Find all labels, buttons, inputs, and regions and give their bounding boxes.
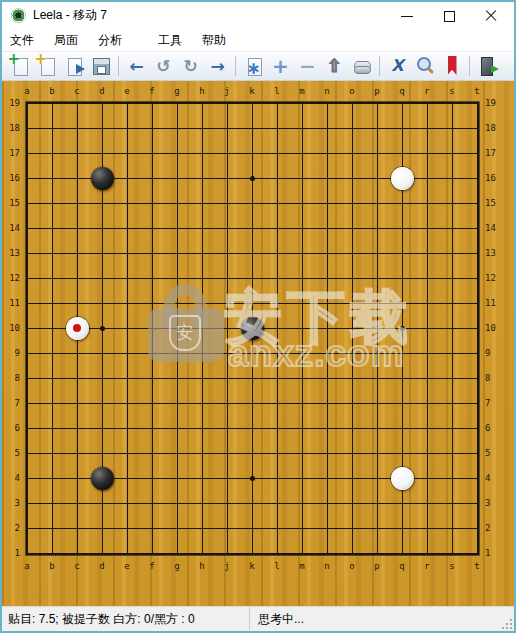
- go-board[interactable]: abcdefghjklmnopqrst abcdefghjklmnopqrst …: [2, 81, 514, 606]
- save-sgf-icon: [90, 55, 112, 77]
- black-stone-d16: [91, 167, 114, 190]
- bookmark-red-button[interactable]: [438, 54, 465, 78]
- analyze-magnifier-icon: [414, 55, 436, 77]
- toolbar-separator: [379, 56, 380, 76]
- score-disk-icon: [351, 55, 373, 77]
- engine-settings-button[interactable]: [240, 54, 267, 78]
- resign-x-icon: X: [387, 55, 409, 77]
- window-title: Leela - 移动 7: [33, 7, 400, 24]
- star-point-k4: [250, 476, 255, 481]
- menu-item-2[interactable]: 分析: [88, 30, 132, 51]
- exit-door-button[interactable]: [474, 54, 501, 78]
- step-forward-icon: →: [207, 55, 229, 77]
- new-doc-green-icon: [9, 55, 31, 77]
- score-disk-button[interactable]: [348, 54, 375, 78]
- status-bar: 贴目: 7.5; 被提子数 白方: 0/黑方 : 0 思考中...: [2, 606, 514, 631]
- open-sgf-button[interactable]: [60, 54, 87, 78]
- new-doc-yellow-button[interactable]: [33, 54, 60, 78]
- white-stone-q16: [391, 167, 414, 190]
- zoom-in-plus-button[interactable]: +: [267, 54, 294, 78]
- toolbar: ←↺↻→+−⇧X: [2, 51, 514, 81]
- pass-up-button[interactable]: ⇧: [321, 54, 348, 78]
- status-thinking: 思考中...: [250, 608, 304, 630]
- undo-button[interactable]: ↺: [150, 54, 177, 78]
- redo-button[interactable]: ↻: [177, 54, 204, 78]
- pass-up-icon: ⇧: [324, 55, 346, 77]
- save-sgf-button[interactable]: [87, 54, 114, 78]
- minimize-button[interactable]: [400, 9, 414, 23]
- analyze-magnifier-button[interactable]: [411, 54, 438, 78]
- status-komi-captures: 贴目: 7.5; 被提子数 白方: 0/黑方 : 0: [2, 608, 250, 630]
- menu-item-0[interactable]: 文件: [2, 30, 44, 51]
- toolbar-separator: [235, 56, 236, 76]
- new-doc-yellow-icon: [36, 55, 58, 77]
- toolbar-separator: [469, 56, 470, 76]
- undo-icon: ↺: [153, 55, 175, 77]
- step-back-icon: ←: [126, 55, 148, 77]
- maximize-button[interactable]: [442, 9, 456, 23]
- black-stone-k10: [241, 317, 264, 340]
- white-stone-q4: [391, 467, 414, 490]
- menu-item-1[interactable]: 局面: [44, 30, 88, 51]
- step-back-button[interactable]: ←: [123, 54, 150, 78]
- white-stone-c10: [66, 317, 89, 340]
- resize-grip[interactable]: [502, 619, 512, 629]
- leela-window: Leela - 移动 7 文件局面分析工具帮助 ←↺↻→+−⇧X abcdefg…: [0, 0, 516, 633]
- star-point-d10: [100, 326, 105, 331]
- bookmark-red-icon: [441, 55, 463, 77]
- menu-bar: 文件局面分析工具帮助: [2, 29, 514, 51]
- zoom-in-plus-icon: +: [270, 55, 292, 77]
- new-doc-green-button[interactable]: [6, 54, 33, 78]
- exit-door-icon: [477, 55, 499, 77]
- last-move-marker: [73, 324, 81, 332]
- black-stone-d4: [91, 467, 114, 490]
- title-bar: Leela - 移动 7: [2, 2, 514, 29]
- stones-layer: [15, 91, 490, 566]
- engine-settings-icon: [243, 55, 265, 77]
- resign-x-button[interactable]: X: [384, 54, 411, 78]
- zoom-out-minus-icon: −: [297, 55, 319, 77]
- toolbar-separator: [118, 56, 119, 76]
- app-eye-icon: [11, 8, 26, 23]
- close-button[interactable]: [484, 9, 498, 23]
- zoom-out-minus-button[interactable]: −: [294, 54, 321, 78]
- redo-icon: ↻: [180, 55, 202, 77]
- open-sgf-icon: [63, 55, 85, 77]
- star-point-q10: [400, 326, 405, 331]
- star-point-k16: [250, 176, 255, 181]
- menu-item-4[interactable]: 帮助: [192, 30, 236, 51]
- step-forward-button[interactable]: →: [204, 54, 231, 78]
- menu-item-3[interactable]: 工具: [148, 30, 192, 51]
